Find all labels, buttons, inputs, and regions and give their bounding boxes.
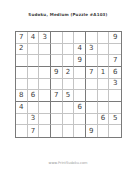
- cell-r6c1: 8: [16, 90, 28, 102]
- sudoku-page: Sudoku, Medium (Puzzle #A103) 7439243979…: [0, 0, 136, 176]
- cell-r6c2: 6: [28, 90, 40, 102]
- cell-r1c1: 7: [16, 32, 28, 44]
- cell-r7c8: [98, 102, 110, 114]
- cell-r6c7: [86, 90, 98, 102]
- cell-r5c3: [39, 79, 51, 91]
- footer-url: www.PrintSudoku.com: [0, 161, 136, 165]
- cell-r7c7: [86, 102, 98, 114]
- cell-r8c5: [63, 114, 75, 126]
- cell-r9c9: [109, 125, 121, 137]
- sudoku-board: 74392439792716386754636579: [15, 31, 122, 138]
- cell-r8c2: 3: [28, 114, 40, 126]
- cell-r2c4: [51, 44, 63, 56]
- cell-r5c8: [98, 79, 110, 91]
- cell-r7c4: [51, 102, 63, 114]
- cell-r5c7: [86, 79, 98, 91]
- cell-r8c7: [86, 114, 98, 126]
- cell-r3c7: [86, 55, 98, 67]
- cell-r8c3: [39, 114, 51, 126]
- cell-r7c3: [39, 102, 51, 114]
- cell-r9c6: [74, 125, 86, 137]
- cell-r3c4: [51, 55, 63, 67]
- cell-r3c2: [28, 55, 40, 67]
- cell-r2c3: [39, 44, 51, 56]
- cell-r5c1: [16, 79, 28, 91]
- cell-r4c7: 7: [86, 67, 98, 79]
- cell-r7c9: [109, 102, 121, 114]
- cell-r6c9: [109, 90, 121, 102]
- cell-r3c1: [16, 55, 28, 67]
- cell-r9c7: 9: [86, 125, 98, 137]
- cell-r5c5: [63, 79, 75, 91]
- cell-r3c3: [39, 55, 51, 67]
- cell-r1c2: 4: [28, 32, 40, 44]
- cell-r1c3: 3: [39, 32, 51, 44]
- cell-r8c8: 6: [98, 114, 110, 126]
- cell-r2c7: 3: [86, 44, 98, 56]
- cell-r9c2: 7: [28, 125, 40, 137]
- cell-r3c6: 9: [74, 55, 86, 67]
- cell-r3c9: 7: [109, 55, 121, 67]
- cell-r7c6: 6: [74, 102, 86, 114]
- cell-r4c4: 9: [51, 67, 63, 79]
- cell-r5c6: [74, 79, 86, 91]
- cell-r9c4: [51, 125, 63, 137]
- cell-r8c6: [74, 114, 86, 126]
- cell-r2c5: [63, 44, 75, 56]
- cell-r2c8: [98, 44, 110, 56]
- cell-r1c8: [98, 32, 110, 44]
- cell-r1c9: 9: [109, 32, 121, 44]
- page-title: Sudoku, Medium (Puzzle #A103): [0, 12, 136, 17]
- cell-r9c1: [16, 125, 28, 137]
- cell-r2c9: [109, 44, 121, 56]
- cell-r4c3: [39, 67, 51, 79]
- cell-r9c3: [39, 125, 51, 137]
- cell-r5c9: 3: [109, 79, 121, 91]
- cell-r6c4: 7: [51, 90, 63, 102]
- cell-r7c5: [63, 102, 75, 114]
- cell-r4c5: 2: [63, 67, 75, 79]
- cell-r4c2: [28, 67, 40, 79]
- cell-r6c5: 5: [63, 90, 75, 102]
- cell-r3c5: [63, 55, 75, 67]
- cell-r3c8: [98, 55, 110, 67]
- cell-r1c6: [74, 32, 86, 44]
- cell-r8c1: [16, 114, 28, 126]
- cell-r2c6: 4: [74, 44, 86, 56]
- cell-r9c5: [63, 125, 75, 137]
- cell-r2c2: [28, 44, 40, 56]
- cell-r4c9: 6: [109, 67, 121, 79]
- cell-r5c4: [51, 79, 63, 91]
- cell-r9c8: [98, 125, 110, 137]
- cell-r5c2: [28, 79, 40, 91]
- cell-r7c1: 4: [16, 102, 28, 114]
- cell-r1c4: [51, 32, 63, 44]
- cell-r8c4: [51, 114, 63, 126]
- cell-r6c8: [98, 90, 110, 102]
- cell-r6c6: [74, 90, 86, 102]
- cell-r4c6: [74, 67, 86, 79]
- cell-r4c1: [16, 67, 28, 79]
- cell-r2c1: 2: [16, 44, 28, 56]
- cell-r7c2: [28, 102, 40, 114]
- cell-r1c5: [63, 32, 75, 44]
- cell-r4c8: 1: [98, 67, 110, 79]
- cell-r8c9: 5: [109, 114, 121, 126]
- cell-r1c7: [86, 32, 98, 44]
- cell-r6c3: [39, 90, 51, 102]
